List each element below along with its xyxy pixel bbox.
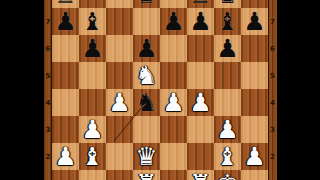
square-e6[interactable] <box>160 35 187 62</box>
piece-white-bishop[interactable]: ♝ <box>214 143 241 170</box>
piece-white-rook[interactable]: ♜ <box>187 170 214 180</box>
square-e1[interactable] <box>160 170 187 180</box>
piece-black-pawn[interactable]: ♟ <box>52 8 79 35</box>
square-c5[interactable] <box>106 62 133 89</box>
rank-label-left-6: 6 <box>44 44 52 54</box>
piece-black-pawn[interactable]: ♟ <box>187 8 214 35</box>
rank-label-right-7: 7 <box>268 17 277 27</box>
rank-label-right-6: 6 <box>268 44 277 54</box>
piece-white-pawn[interactable]: ♟ <box>214 116 241 143</box>
square-b4[interactable] <box>79 89 106 116</box>
square-c3[interactable] <box>106 116 133 143</box>
square-a3[interactable] <box>52 116 79 143</box>
rank-label-left-3: 3 <box>44 125 52 135</box>
square-f5[interactable] <box>187 62 214 89</box>
rank-label-right-2: 2 <box>268 152 277 162</box>
piece-white-rook[interactable]: ♜ <box>133 170 160 180</box>
square-a4[interactable] <box>52 89 79 116</box>
rank-label-right-3: 3 <box>268 125 277 135</box>
piece-black-pawn[interactable]: ♟ <box>160 8 187 35</box>
piece-white-pawn[interactable]: ♟ <box>79 116 106 143</box>
square-e5[interactable] <box>160 62 187 89</box>
square-h1[interactable] <box>241 170 268 180</box>
rank-label-left-2: 2 <box>44 152 52 162</box>
square-d3[interactable] <box>133 116 160 143</box>
piece-white-queen[interactable]: ♛ <box>133 143 160 170</box>
square-f3[interactable] <box>187 116 214 143</box>
square-g5[interactable] <box>214 62 241 89</box>
rank-label-right-4: 4 <box>268 98 277 108</box>
piece-black-pawn[interactable]: ♟ <box>241 8 268 35</box>
piece-white-pawn[interactable]: ♟ <box>241 143 268 170</box>
square-a5[interactable] <box>52 62 79 89</box>
piece-black-queen[interactable]: ♛ <box>133 0 160 8</box>
square-c1[interactable] <box>106 170 133 180</box>
square-c6[interactable] <box>106 35 133 62</box>
square-e2[interactable] <box>160 143 187 170</box>
piece-white-pawn[interactable]: ♟ <box>52 143 79 170</box>
piece-white-pawn[interactable]: ♟ <box>106 89 133 116</box>
piece-black-bishop[interactable]: ♝ <box>79 8 106 35</box>
square-f2[interactable] <box>187 143 214 170</box>
piece-white-knight[interactable]: ♞ <box>133 62 160 89</box>
piece-white-bishop[interactable]: ♝ <box>79 143 106 170</box>
square-a6[interactable] <box>52 35 79 62</box>
square-b5[interactable] <box>79 62 106 89</box>
square-h5[interactable] <box>241 62 268 89</box>
rank-label-left-4: 4 <box>44 98 52 108</box>
square-d7[interactable] <box>133 8 160 35</box>
square-h6[interactable] <box>241 35 268 62</box>
square-h4[interactable] <box>241 89 268 116</box>
rank-label-right-5: 5 <box>268 71 277 81</box>
piece-black-knight[interactable]: ♞ <box>133 89 160 116</box>
square-f6[interactable] <box>187 35 214 62</box>
square-c7[interactable] <box>106 8 133 35</box>
piece-white-pawn[interactable]: ♟ <box>160 89 187 116</box>
piece-white-king[interactable]: ♚ <box>214 170 241 180</box>
square-e3[interactable] <box>160 116 187 143</box>
piece-black-pawn[interactable]: ♟ <box>133 35 160 62</box>
square-a1[interactable] <box>52 170 79 180</box>
chess-diagram: 776655443322 ♜♛♜♚♟♝♟♟♝♟♟♟♟♞♟♞♟♟♟♟♟♝♛♝♟♜♜… <box>0 0 320 180</box>
rank-label-left-7: 7 <box>44 17 52 27</box>
square-h3[interactable] <box>241 116 268 143</box>
square-g4[interactable] <box>214 89 241 116</box>
square-c8[interactable] <box>106 0 133 8</box>
piece-black-pawn[interactable]: ♟ <box>214 35 241 62</box>
square-c2[interactable] <box>106 143 133 170</box>
rank-label-left-5: 5 <box>44 71 52 81</box>
square-b1[interactable] <box>79 170 106 180</box>
piece-black-bishop[interactable]: ♝ <box>214 8 241 35</box>
piece-black-pawn[interactable]: ♟ <box>79 35 106 62</box>
piece-white-pawn[interactable]: ♟ <box>187 89 214 116</box>
